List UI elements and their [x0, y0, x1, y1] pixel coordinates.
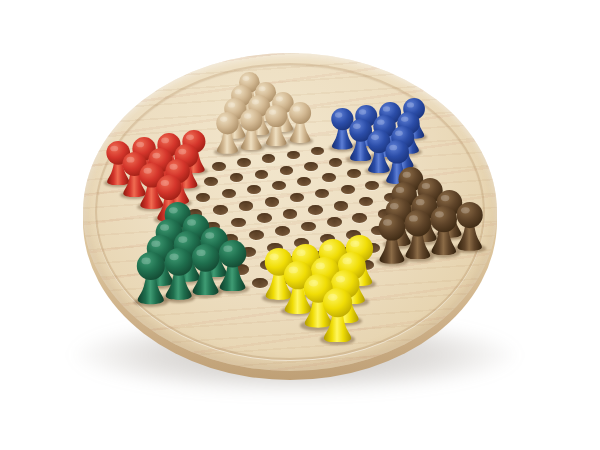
peg-natural[interactable]	[238, 109, 265, 151]
hole[interactable]	[359, 197, 373, 207]
hole[interactable]	[257, 213, 272, 223]
chinese-checkers-photo	[0, 0, 600, 450]
peg-shape	[238, 109, 265, 151]
hole[interactable]	[352, 213, 367, 223]
hole[interactable]	[213, 205, 228, 215]
peg-shape	[263, 105, 290, 146]
hole[interactable]	[275, 226, 290, 236]
hole[interactable]	[287, 151, 300, 160]
hole[interactable]	[249, 230, 264, 240]
hole[interactable]	[290, 193, 304, 202]
hole[interactable]	[327, 217, 342, 227]
hole[interactable]	[247, 185, 261, 194]
hole[interactable]	[196, 193, 210, 202]
hole[interactable]	[212, 162, 226, 171]
hole[interactable]	[341, 185, 355, 194]
peg-shape	[214, 112, 241, 154]
hole[interactable]	[308, 205, 323, 215]
peg-brown[interactable]	[376, 214, 408, 264]
peg-natural[interactable]	[263, 105, 290, 146]
hole[interactable]	[204, 177, 218, 186]
peg-yellow[interactable]	[320, 288, 355, 343]
hole[interactable]	[265, 197, 279, 207]
hole[interactable]	[231, 218, 246, 228]
hole[interactable]	[311, 147, 324, 156]
hole[interactable]	[365, 181, 379, 190]
peg-natural[interactable]	[214, 112, 241, 154]
hole[interactable]	[283, 209, 298, 219]
hole[interactable]	[315, 189, 329, 198]
hole[interactable]	[297, 177, 311, 186]
peg-shape	[287, 102, 313, 143]
hole[interactable]	[334, 201, 348, 211]
hole[interactable]	[272, 181, 286, 190]
hole[interactable]	[262, 154, 275, 163]
hole[interactable]	[222, 189, 236, 198]
peg-shape	[320, 288, 355, 343]
peg-shape	[376, 214, 408, 264]
hole[interactable]	[280, 166, 294, 175]
hole[interactable]	[329, 158, 342, 167]
board-cells	[0, 0, 600, 450]
hole[interactable]	[230, 173, 244, 182]
hole[interactable]	[301, 222, 316, 232]
hole[interactable]	[347, 169, 361, 178]
hole[interactable]	[237, 158, 250, 167]
hole[interactable]	[322, 173, 336, 182]
hole[interactable]	[255, 170, 269, 179]
peg-green[interactable]	[134, 252, 168, 304]
peg-natural[interactable]	[287, 102, 313, 143]
peg-shape	[134, 252, 168, 304]
hole[interactable]	[304, 162, 318, 171]
hole[interactable]	[239, 201, 253, 211]
